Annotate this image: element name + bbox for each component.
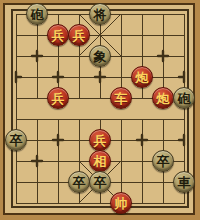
board-cell[interactable] [142,35,163,56]
board-cell[interactable] [37,119,58,140]
board-cell[interactable] [163,35,184,56]
board-cell[interactable] [163,119,184,140]
board-cell[interactable] [142,119,163,140]
piece-black-general[interactable]: 将 [89,3,111,25]
board-cell[interactable] [37,182,58,203]
board-cell[interactable] [121,140,142,161]
board-cell[interactable] [121,161,142,182]
piece-red-cannon[interactable]: 炮 [131,66,153,88]
piece-black-chariot[interactable]: 車 [173,171,195,193]
piece-red-soldier[interactable]: 兵 [47,24,69,46]
board-cell[interactable] [16,161,37,182]
board-cell[interactable] [16,35,37,56]
board-cell[interactable] [16,98,37,119]
piece-black-soldier[interactable]: 卒 [5,129,27,151]
board-cell[interactable] [16,56,37,77]
board-cell[interactable] [58,140,79,161]
piece-black-elephant[interactable]: 象 [89,45,111,67]
board-cell[interactable] [16,77,37,98]
board-cell[interactable] [121,14,142,35]
piece-red-cannon[interactable]: 炮 [152,87,174,109]
board-cell[interactable] [142,14,163,35]
xiangqi-app: 砲将兵兵象炮兵车炮砲卒兵相卒卒卒車帅 [0,0,200,220]
piece-red-general[interactable]: 帅 [110,192,132,214]
board-cell[interactable] [79,77,100,98]
piece-black-soldier[interactable]: 卒 [68,171,90,193]
piece-black-soldier[interactable]: 卒 [152,150,174,172]
board-cell[interactable] [37,140,58,161]
piece-black-soldier[interactable]: 卒 [89,171,111,193]
board-cell[interactable] [37,161,58,182]
piece-red-soldier[interactable]: 兵 [68,24,90,46]
board-cell[interactable] [58,56,79,77]
piece-red-soldier[interactable]: 兵 [47,87,69,109]
board-cell[interactable] [58,119,79,140]
piece-black-cannon[interactable]: 砲 [173,87,195,109]
board-cell[interactable] [121,35,142,56]
board-cell[interactable] [79,98,100,119]
board-cell[interactable] [163,56,184,77]
board-cell[interactable] [163,14,184,35]
board-cell[interactable] [121,119,142,140]
board-cell[interactable] [37,56,58,77]
piece-red-soldier[interactable]: 兵 [89,129,111,151]
board-cell[interactable] [142,182,163,203]
piece-black-cannon[interactable]: 砲 [26,3,48,25]
board-cell[interactable] [16,182,37,203]
piece-red-chariot[interactable]: 车 [110,87,132,109]
piece-red-elephant[interactable]: 相 [89,150,111,172]
